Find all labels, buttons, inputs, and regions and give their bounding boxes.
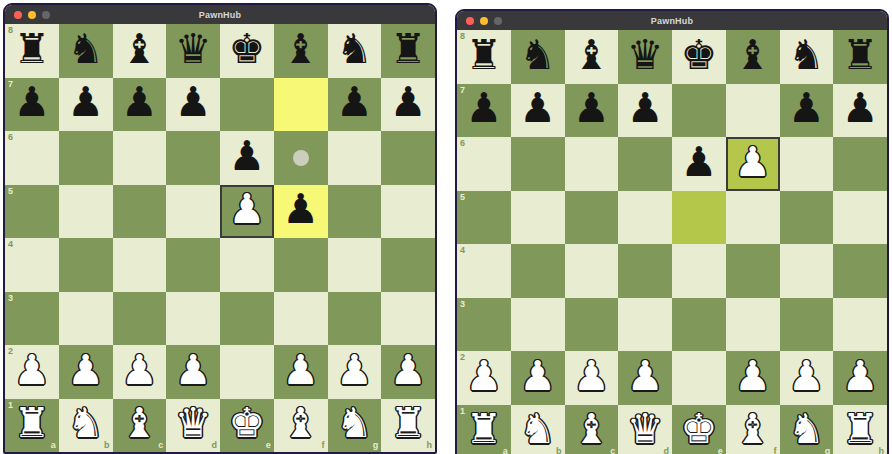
square-f4[interactable]	[274, 238, 328, 292]
square-e5[interactable]	[672, 191, 726, 245]
piece-white-pawn: ♟	[519, 356, 556, 397]
square-e8[interactable]: ♚	[220, 24, 274, 78]
file-label-c: c	[158, 441, 163, 450]
square-a6[interactable]: 6	[457, 137, 511, 191]
piece-white-knight: ♞	[336, 403, 373, 444]
square-f7[interactable]	[726, 84, 780, 138]
square-g5[interactable]	[328, 185, 382, 239]
file-label-g: g	[373, 441, 379, 450]
square-a8[interactable]: ♜8	[457, 30, 511, 84]
square-h7[interactable]: ♟	[833, 84, 887, 138]
piece-white-knight: ♞	[67, 403, 104, 444]
piece-black-pawn: ♟	[465, 88, 502, 129]
square-h5[interactable]	[833, 191, 887, 245]
square-d6[interactable]	[618, 137, 672, 191]
rank-label-7: 7	[8, 80, 13, 89]
square-f8[interactable]: ♝	[274, 24, 328, 78]
piece-white-pawn: ♟	[390, 350, 427, 391]
square-a5[interactable]: 5	[457, 191, 511, 245]
square-d8[interactable]: ♛	[618, 30, 672, 84]
piece-white-rook: ♜	[842, 409, 879, 450]
file-label-a: a	[51, 441, 56, 450]
square-g2[interactable]: ♟	[328, 345, 382, 399]
piece-white-bishop: ♝	[734, 409, 771, 450]
traffic-lights	[14, 5, 50, 24]
square-d1[interactable]: ♛d	[166, 399, 220, 453]
square-g8[interactable]: ♞	[328, 24, 382, 78]
piece-black-pawn: ♟	[67, 82, 104, 123]
piece-black-pawn: ♟	[573, 88, 610, 129]
piece-white-king: ♚	[228, 403, 265, 444]
square-e1[interactable]: ♚e	[220, 399, 274, 453]
file-label-b: b	[104, 441, 110, 450]
file-label-h: h	[879, 447, 885, 454]
piece-white-knight: ♞	[788, 409, 825, 450]
square-e3[interactable]	[672, 298, 726, 352]
square-e1[interactable]: ♚e	[672, 405, 726, 454]
rank-label-3: 3	[460, 300, 465, 309]
square-h1[interactable]: ♜h	[381, 399, 435, 453]
file-label-e: e	[266, 441, 271, 450]
piece-black-knight: ♞	[336, 29, 373, 70]
piece-black-knight: ♞	[519, 35, 556, 76]
square-a5[interactable]: 5	[5, 185, 59, 239]
square-d3[interactable]	[166, 292, 220, 346]
square-f6[interactable]: ♟	[726, 137, 780, 191]
piece-white-pawn: ♟	[734, 356, 771, 397]
square-h6[interactable]	[833, 137, 887, 191]
square-e4[interactable]	[672, 244, 726, 298]
window-right: PawnHub ♜8♞♝♛♚♝♞♜♟7♟♟♟♟♟6♟♟543♟2♟♟♟♟♟♟♜1…	[455, 9, 889, 454]
square-f5[interactable]	[726, 191, 780, 245]
minimize-button[interactable]	[28, 11, 36, 19]
square-g8[interactable]: ♞	[780, 30, 834, 84]
chess-board-left: ♜8♞♝♛♚♝♞♜♟7♟♟♟♟♟6♟5♟♟43♟2♟♟♟♟♟♟♜1a♞b♝c♛d…	[5, 24, 435, 452]
piece-white-pawn: ♟	[336, 350, 373, 391]
piece-black-bishop: ♝	[282, 29, 319, 70]
rank-label-7: 7	[460, 86, 465, 95]
square-b5[interactable]	[511, 191, 565, 245]
square-c6[interactable]	[565, 137, 619, 191]
square-g1[interactable]: ♞g	[780, 405, 834, 454]
square-g6[interactable]	[780, 137, 834, 191]
square-e7[interactable]	[672, 84, 726, 138]
square-a1[interactable]: ♜1a	[5, 399, 59, 453]
file-label-h: h	[427, 441, 433, 450]
rank-label-4: 4	[8, 240, 13, 249]
square-d5[interactable]	[166, 185, 220, 239]
square-c2[interactable]: ♟	[113, 345, 167, 399]
piece-white-pawn: ♟	[842, 356, 879, 397]
square-b7[interactable]: ♟	[511, 84, 565, 138]
piece-white-pawn: ♟	[13, 350, 50, 391]
square-c3[interactable]	[113, 292, 167, 346]
piece-black-bishop: ♝	[121, 29, 158, 70]
square-f2[interactable]: ♟	[274, 345, 328, 399]
piece-black-pawn: ♟	[680, 142, 717, 183]
square-c7[interactable]: ♟	[565, 84, 619, 138]
square-g6[interactable]	[328, 131, 382, 185]
square-a8[interactable]: ♜8	[5, 24, 59, 78]
rank-label-5: 5	[460, 193, 465, 202]
piece-black-bishop: ♝	[734, 35, 771, 76]
titlebar[interactable]: PawnHub	[5, 5, 435, 24]
rank-label-6: 6	[460, 139, 465, 148]
square-h5[interactable]	[381, 185, 435, 239]
square-g7[interactable]: ♟	[328, 78, 382, 132]
square-h1[interactable]: ♜h	[833, 405, 887, 454]
titlebar[interactable]: PawnHub	[457, 11, 887, 30]
square-c1[interactable]: ♝c	[565, 405, 619, 454]
square-c4[interactable]	[565, 244, 619, 298]
square-b3[interactable]	[59, 292, 113, 346]
piece-white-pawn: ♟	[121, 350, 158, 391]
square-c5[interactable]	[113, 185, 167, 239]
file-label-g: g	[825, 447, 831, 454]
square-a1[interactable]: ♜1a	[457, 405, 511, 454]
piece-white-bishop: ♝	[121, 403, 158, 444]
square-e5[interactable]: ♟	[220, 185, 274, 239]
file-label-d: d	[212, 441, 218, 450]
square-g1[interactable]: ♞g	[328, 399, 382, 453]
close-button[interactable]	[466, 17, 474, 25]
square-g5[interactable]	[780, 191, 834, 245]
square-a7[interactable]: ♟7	[5, 78, 59, 132]
piece-black-rook: ♜	[390, 29, 427, 70]
piece-white-queen: ♛	[175, 403, 212, 444]
square-b2[interactable]: ♟	[511, 351, 565, 405]
square-f2[interactable]: ♟	[726, 351, 780, 405]
piece-white-bishop: ♝	[573, 409, 610, 450]
square-g7[interactable]: ♟	[780, 84, 834, 138]
rank-label-1: 1	[8, 401, 13, 410]
piece-white-pawn: ♟	[228, 189, 265, 230]
square-d1[interactable]: ♛d	[618, 405, 672, 454]
square-c8[interactable]: ♝	[565, 30, 619, 84]
square-f8[interactable]: ♝	[726, 30, 780, 84]
rank-label-8: 8	[8, 26, 13, 35]
square-d8[interactable]: ♛	[166, 24, 220, 78]
square-h6[interactable]	[381, 131, 435, 185]
square-e6[interactable]: ♟	[220, 131, 274, 185]
rank-label-6: 6	[8, 133, 13, 142]
square-b4[interactable]	[59, 238, 113, 292]
piece-black-queen: ♛	[627, 35, 664, 76]
rank-label-1: 1	[460, 407, 465, 416]
traffic-lights	[466, 11, 502, 30]
file-label-e: e	[718, 447, 723, 454]
rank-label-5: 5	[8, 187, 13, 196]
piece-white-rook: ♜	[390, 403, 427, 444]
piece-black-pawn: ♟	[519, 88, 556, 129]
square-d4[interactable]	[166, 238, 220, 292]
file-label-a: a	[503, 447, 508, 454]
square-e8[interactable]: ♚	[672, 30, 726, 84]
piece-white-rook: ♜	[465, 409, 502, 450]
square-h4[interactable]	[833, 244, 887, 298]
move-hint-dot	[293, 150, 309, 166]
rank-label-4: 4	[460, 246, 465, 255]
square-f1[interactable]: ♝f	[274, 399, 328, 453]
square-c5[interactable]	[565, 191, 619, 245]
piece-black-pawn: ♟	[390, 82, 427, 123]
square-g4[interactable]	[328, 238, 382, 292]
square-b5[interactable]	[59, 185, 113, 239]
square-c4[interactable]	[113, 238, 167, 292]
piece-white-queen: ♛	[627, 409, 664, 450]
piece-black-pawn: ♟	[175, 82, 212, 123]
square-f5[interactable]: ♟	[274, 185, 328, 239]
square-d7[interactable]: ♟	[618, 84, 672, 138]
piece-white-king: ♚	[680, 409, 717, 450]
square-e7[interactable]	[220, 78, 274, 132]
square-h2[interactable]: ♟	[381, 345, 435, 399]
square-e2[interactable]	[672, 351, 726, 405]
piece-white-pawn: ♟	[175, 350, 212, 391]
piece-white-pawn: ♟	[734, 142, 771, 183]
square-a2[interactable]: ♟2	[457, 351, 511, 405]
square-b2[interactable]: ♟	[59, 345, 113, 399]
rank-label-3: 3	[8, 294, 13, 303]
square-e3[interactable]	[220, 292, 274, 346]
zoom-button[interactable]	[42, 11, 50, 19]
square-g4[interactable]	[780, 244, 834, 298]
square-e2[interactable]	[220, 345, 274, 399]
square-d3[interactable]	[618, 298, 672, 352]
square-f1[interactable]: ♝f	[726, 405, 780, 454]
piece-white-knight: ♞	[519, 409, 556, 450]
square-c1[interactable]: ♝c	[113, 399, 167, 453]
square-b8[interactable]: ♞	[511, 30, 565, 84]
square-c3[interactable]	[565, 298, 619, 352]
square-a4[interactable]: 4	[457, 244, 511, 298]
piece-white-pawn: ♟	[573, 356, 610, 397]
square-d2[interactable]: ♟	[618, 351, 672, 405]
square-a3[interactable]: 3	[5, 292, 59, 346]
square-c2[interactable]: ♟	[565, 351, 619, 405]
square-h2[interactable]: ♟	[833, 351, 887, 405]
square-e6[interactable]: ♟	[672, 137, 726, 191]
square-b6[interactable]	[511, 137, 565, 191]
square-f6[interactable]	[274, 131, 328, 185]
square-c6[interactable]	[113, 131, 167, 185]
square-b4[interactable]	[511, 244, 565, 298]
file-label-c: c	[610, 447, 615, 454]
piece-black-bishop: ♝	[573, 35, 610, 76]
file-label-f: f	[774, 447, 777, 454]
square-a2[interactable]: ♟2	[5, 345, 59, 399]
square-f3[interactable]	[274, 292, 328, 346]
square-b7[interactable]: ♟	[59, 78, 113, 132]
piece-white-pawn: ♟	[788, 356, 825, 397]
piece-black-pawn: ♟	[788, 88, 825, 129]
square-b1[interactable]: ♞b	[59, 399, 113, 453]
square-a4[interactable]: 4	[5, 238, 59, 292]
piece-black-pawn: ♟	[627, 88, 664, 129]
square-f4[interactable]	[726, 244, 780, 298]
rank-label-8: 8	[460, 32, 465, 41]
rank-label-2: 2	[460, 353, 465, 362]
zoom-button[interactable]	[494, 17, 502, 25]
square-b8[interactable]: ♞	[59, 24, 113, 78]
square-h3[interactable]	[833, 298, 887, 352]
piece-black-rook: ♜	[13, 29, 50, 70]
minimize-button[interactable]	[480, 17, 488, 25]
piece-white-bishop: ♝	[282, 403, 319, 444]
window-left: PawnHub ♜8♞♝♛♚♝♞♜♟7♟♟♟♟♟6♟5♟♟43♟2♟♟♟♟♟♟♜…	[3, 3, 437, 454]
square-d4[interactable]	[618, 244, 672, 298]
piece-black-pawn: ♟	[282, 189, 319, 230]
piece-black-pawn: ♟	[336, 82, 373, 123]
window-title: PawnHub	[651, 16, 693, 26]
window-title: PawnHub	[199, 10, 241, 20]
square-h4[interactable]	[381, 238, 435, 292]
square-f7[interactable]	[274, 78, 328, 132]
square-d7[interactable]: ♟	[166, 78, 220, 132]
piece-black-pawn: ♟	[228, 136, 265, 177]
square-h3[interactable]	[381, 292, 435, 346]
square-a6[interactable]: 6	[5, 131, 59, 185]
piece-black-knight: ♞	[67, 29, 104, 70]
square-h8[interactable]: ♜	[381, 24, 435, 78]
square-g3[interactable]	[780, 298, 834, 352]
piece-black-queen: ♛	[175, 29, 212, 70]
rank-label-2: 2	[8, 347, 13, 356]
piece-white-rook: ♜	[13, 403, 50, 444]
square-h8[interactable]: ♜	[833, 30, 887, 84]
square-c8[interactable]: ♝	[113, 24, 167, 78]
square-g3[interactable]	[328, 292, 382, 346]
square-a7[interactable]: ♟7	[457, 84, 511, 138]
piece-white-pawn: ♟	[282, 350, 319, 391]
piece-black-pawn: ♟	[13, 82, 50, 123]
piece-black-pawn: ♟	[121, 82, 158, 123]
square-d6[interactable]	[166, 131, 220, 185]
piece-black-rook: ♜	[842, 35, 879, 76]
piece-black-king: ♚	[228, 29, 265, 70]
piece-black-king: ♚	[680, 35, 717, 76]
square-b6[interactable]	[59, 131, 113, 185]
square-a3[interactable]: 3	[457, 298, 511, 352]
file-label-d: d	[664, 447, 670, 454]
square-b3[interactable]	[511, 298, 565, 352]
close-button[interactable]	[14, 11, 22, 19]
piece-white-pawn: ♟	[627, 356, 664, 397]
piece-white-pawn: ♟	[465, 356, 502, 397]
square-f3[interactable]	[726, 298, 780, 352]
square-b1[interactable]: ♞b	[511, 405, 565, 454]
square-c7[interactable]: ♟	[113, 78, 167, 132]
piece-black-rook: ♜	[465, 35, 502, 76]
square-d2[interactable]: ♟	[166, 345, 220, 399]
square-d5[interactable]	[618, 191, 672, 245]
square-h7[interactable]: ♟	[381, 78, 435, 132]
piece-black-pawn: ♟	[842, 88, 879, 129]
file-label-b: b	[556, 447, 562, 454]
chess-board-right: ♜8♞♝♛♚♝♞♜♟7♟♟♟♟♟6♟♟543♟2♟♟♟♟♟♟♜1a♞b♝c♛d♚…	[457, 30, 887, 454]
file-label-f: f	[322, 441, 325, 450]
square-e4[interactable]	[220, 238, 274, 292]
piece-white-pawn: ♟	[67, 350, 104, 391]
square-g2[interactable]: ♟	[780, 351, 834, 405]
piece-black-knight: ♞	[788, 35, 825, 76]
